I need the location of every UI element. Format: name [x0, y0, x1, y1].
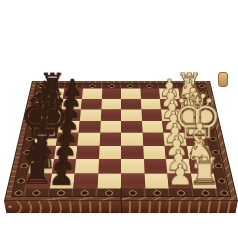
brass-clasp-icon: [218, 72, 228, 87]
square-h5: [97, 173, 121, 188]
square-b3: [141, 99, 162, 110]
brass-ring-ornament: [127, 84, 133, 87]
chessboard: ♜♟♟♜♞♟♟♞♝♟♟♝♛♟♟♛♚♟♟♚♝♟♟♝♞♟♟♞♜♟♟♜: [4, 81, 238, 201]
square-e4: [121, 133, 143, 146]
square-g4: [121, 159, 144, 173]
piece-black-rook: ♜: [21, 155, 54, 188]
square-e3: [142, 133, 164, 146]
square-d5: [100, 121, 121, 133]
square-h3: [144, 173, 169, 188]
square-b6: [81, 99, 102, 110]
square-d4: [121, 121, 142, 133]
square-e6: [77, 133, 99, 146]
product-photo: ♜♟♟♜♞♟♟♞♝♟♟♝♛♟♟♛♚♟♟♚♝♟♟♝♞♟♟♞♜♟♟♜: [0, 0, 238, 238]
square-b4: [121, 99, 141, 110]
square-h6: [73, 173, 98, 188]
square-c6: [80, 109, 101, 120]
square-h8: ♜: [25, 173, 51, 188]
square-e5: [99, 133, 121, 146]
piece-white-rook: ♜: [188, 155, 221, 188]
square-g6: [75, 159, 99, 173]
square-d3: [142, 121, 164, 133]
square-c4: [121, 109, 142, 120]
board-front-edge: [4, 201, 238, 213]
square-g3: [143, 159, 167, 173]
square-d6: [79, 121, 101, 133]
brass-ring-ornament: [89, 84, 95, 87]
square-h1: ♜: [190, 173, 216, 188]
brass-ring-ornament: [108, 84, 114, 87]
square-b5: [101, 99, 121, 110]
square-c3: [141, 109, 162, 120]
board-squares: ♜♟♟♜♞♟♟♞♝♟♟♝♛♟♟♛♚♟♟♚♝♟♟♝♞♟♟♞♜♟♟♜: [25, 89, 216, 189]
brass-ring-ornament: [146, 84, 152, 87]
square-c5: [100, 109, 121, 120]
fold-seam: [120, 188, 122, 201]
square-h4: [121, 173, 145, 188]
square-g5: [98, 159, 121, 173]
